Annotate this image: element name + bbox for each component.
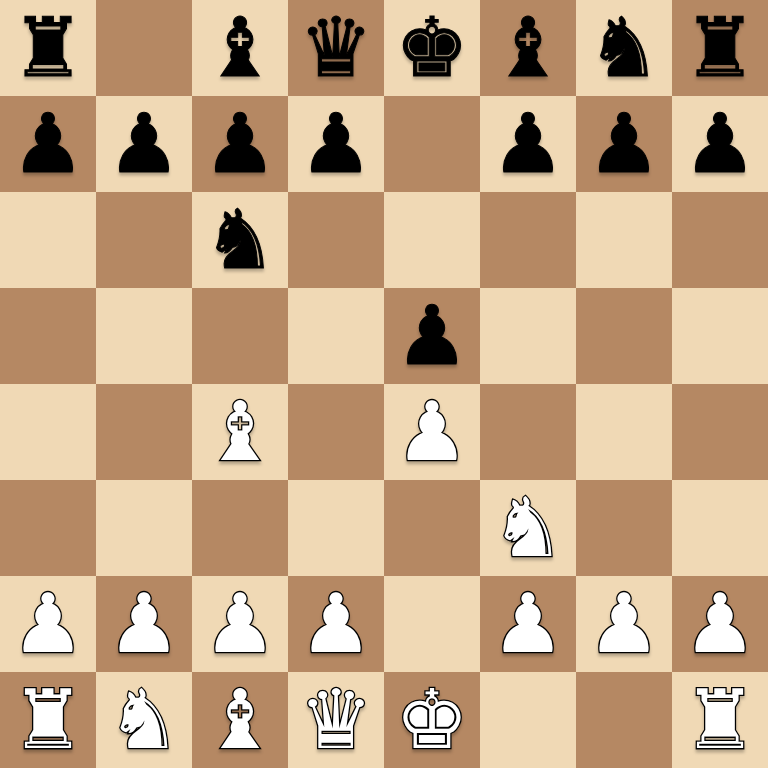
square-b5[interactable] (96, 288, 192, 384)
square-c3[interactable] (192, 480, 288, 576)
piece-black-knight[interactable]: ♞ (587, 0, 661, 96)
square-h3[interactable] (672, 480, 768, 576)
square-g8[interactable]: ♞ (576, 0, 672, 96)
square-b8[interactable] (96, 0, 192, 96)
piece-white-knight[interactable]: ♞ (107, 672, 181, 768)
piece-black-pawn[interactable]: ♟ (491, 96, 565, 192)
piece-black-pawn[interactable]: ♟ (11, 96, 85, 192)
square-e2[interactable] (384, 576, 480, 672)
square-h1[interactable]: ♜ (672, 672, 768, 768)
piece-black-queen[interactable]: ♛ (299, 0, 373, 96)
square-d6[interactable] (288, 192, 384, 288)
square-g2[interactable]: ♟ (576, 576, 672, 672)
piece-black-pawn[interactable]: ♟ (203, 96, 277, 192)
square-g3[interactable] (576, 480, 672, 576)
square-b1[interactable]: ♞ (96, 672, 192, 768)
piece-black-pawn[interactable]: ♟ (395, 288, 469, 384)
square-a8[interactable]: ♜ (0, 0, 96, 96)
square-e8[interactable]: ♚ (384, 0, 480, 96)
piece-white-pawn[interactable]: ♟ (107, 576, 181, 672)
square-c6[interactable]: ♞ (192, 192, 288, 288)
piece-black-bishop[interactable]: ♝ (491, 0, 565, 96)
square-h4[interactable] (672, 384, 768, 480)
square-a4[interactable] (0, 384, 96, 480)
piece-black-king[interactable]: ♚ (395, 0, 469, 96)
square-f4[interactable] (480, 384, 576, 480)
square-g7[interactable]: ♟ (576, 96, 672, 192)
square-d8[interactable]: ♛ (288, 0, 384, 96)
square-f2[interactable]: ♟ (480, 576, 576, 672)
piece-white-bishop[interactable]: ♝ (203, 672, 277, 768)
piece-black-bishop[interactable]: ♝ (203, 0, 277, 96)
square-h5[interactable] (672, 288, 768, 384)
square-e3[interactable] (384, 480, 480, 576)
piece-white-pawn[interactable]: ♟ (491, 576, 565, 672)
chess-board: ♜♝♛♚♝♞♜♟♟♟♟♟♟♟♞♟♝♟♞♟♟♟♟♟♟♟♜♞♝♛♚♜ (0, 0, 768, 768)
square-c7[interactable]: ♟ (192, 96, 288, 192)
square-e1[interactable]: ♚ (384, 672, 480, 768)
square-a6[interactable] (0, 192, 96, 288)
square-g1[interactable] (576, 672, 672, 768)
piece-white-queen[interactable]: ♛ (299, 672, 373, 768)
piece-black-pawn[interactable]: ♟ (683, 96, 757, 192)
square-c2[interactable]: ♟ (192, 576, 288, 672)
square-b7[interactable]: ♟ (96, 96, 192, 192)
piece-white-pawn[interactable]: ♟ (11, 576, 85, 672)
square-a7[interactable]: ♟ (0, 96, 96, 192)
square-a5[interactable] (0, 288, 96, 384)
square-b4[interactable] (96, 384, 192, 480)
square-a3[interactable] (0, 480, 96, 576)
square-d7[interactable]: ♟ (288, 96, 384, 192)
square-h7[interactable]: ♟ (672, 96, 768, 192)
square-d5[interactable] (288, 288, 384, 384)
piece-white-rook[interactable]: ♜ (683, 672, 757, 768)
piece-black-rook[interactable]: ♜ (683, 0, 757, 96)
square-d3[interactable] (288, 480, 384, 576)
square-e4[interactable]: ♟ (384, 384, 480, 480)
square-f1[interactable] (480, 672, 576, 768)
piece-black-pawn[interactable]: ♟ (107, 96, 181, 192)
square-b2[interactable]: ♟ (96, 576, 192, 672)
square-h6[interactable] (672, 192, 768, 288)
square-a2[interactable]: ♟ (0, 576, 96, 672)
square-g4[interactable] (576, 384, 672, 480)
piece-white-pawn[interactable]: ♟ (395, 384, 469, 480)
square-b6[interactable] (96, 192, 192, 288)
square-h8[interactable]: ♜ (672, 0, 768, 96)
square-g6[interactable] (576, 192, 672, 288)
piece-white-pawn[interactable]: ♟ (587, 576, 661, 672)
square-e5[interactable]: ♟ (384, 288, 480, 384)
piece-white-pawn[interactable]: ♟ (683, 576, 757, 672)
piece-black-pawn[interactable]: ♟ (299, 96, 373, 192)
square-d4[interactable] (288, 384, 384, 480)
square-f6[interactable] (480, 192, 576, 288)
square-f5[interactable] (480, 288, 576, 384)
square-a1[interactable]: ♜ (0, 672, 96, 768)
piece-black-rook[interactable]: ♜ (11, 0, 85, 96)
square-e7[interactable] (384, 96, 480, 192)
piece-white-pawn[interactable]: ♟ (203, 576, 277, 672)
square-e6[interactable] (384, 192, 480, 288)
square-h2[interactable]: ♟ (672, 576, 768, 672)
square-c5[interactable] (192, 288, 288, 384)
piece-white-king[interactable]: ♚ (395, 672, 469, 768)
square-d1[interactable]: ♛ (288, 672, 384, 768)
square-c1[interactable]: ♝ (192, 672, 288, 768)
piece-white-rook[interactable]: ♜ (11, 672, 85, 768)
piece-white-knight[interactable]: ♞ (491, 480, 565, 576)
square-f7[interactable]: ♟ (480, 96, 576, 192)
piece-white-pawn[interactable]: ♟ (299, 576, 373, 672)
square-d2[interactable]: ♟ (288, 576, 384, 672)
square-g5[interactable] (576, 288, 672, 384)
piece-black-pawn[interactable]: ♟ (587, 96, 661, 192)
square-c8[interactable]: ♝ (192, 0, 288, 96)
square-b3[interactable] (96, 480, 192, 576)
piece-white-bishop[interactable]: ♝ (203, 384, 277, 480)
piece-black-knight[interactable]: ♞ (203, 192, 277, 288)
square-f8[interactable]: ♝ (480, 0, 576, 96)
square-c4[interactable]: ♝ (192, 384, 288, 480)
square-f3[interactable]: ♞ (480, 480, 576, 576)
